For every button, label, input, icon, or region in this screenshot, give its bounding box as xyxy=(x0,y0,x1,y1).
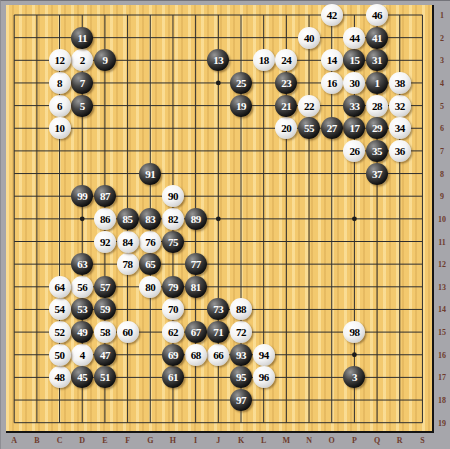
stone-white[interactable]: 14 xyxy=(321,49,343,71)
column-label-L: L xyxy=(261,435,266,444)
row-label-1: 1 xyxy=(440,11,444,20)
stone-black[interactable]: 85 xyxy=(117,208,139,230)
column-label-P: P xyxy=(352,435,357,444)
stone-white[interactable]: 16 xyxy=(321,72,343,94)
column-label-G: G xyxy=(147,435,153,444)
stone-white[interactable]: 80 xyxy=(139,276,161,298)
stone-white[interactable]: 4 xyxy=(71,344,93,366)
row-label-15: 15 xyxy=(438,328,446,337)
stone-black[interactable]: 5 xyxy=(71,95,93,117)
star-point xyxy=(352,216,357,221)
column-label-I: I xyxy=(194,435,197,444)
row-label-5: 5 xyxy=(440,101,444,110)
row-label-9: 9 xyxy=(440,192,444,201)
star-point xyxy=(80,216,85,221)
stone-white[interactable]: 10 xyxy=(49,117,71,139)
stone-white[interactable]: 40 xyxy=(298,27,320,49)
stone-black[interactable]: 79 xyxy=(162,276,184,298)
stone-black[interactable]: 47 xyxy=(94,344,116,366)
row-label-2: 2 xyxy=(440,33,444,42)
stone-white[interactable]: 90 xyxy=(162,185,184,207)
row-label-14: 14 xyxy=(438,305,446,314)
column-label-N: N xyxy=(306,435,312,444)
stone-black[interactable]: 97 xyxy=(230,389,252,411)
row-label-16: 16 xyxy=(438,350,446,359)
row-label-18: 18 xyxy=(438,396,446,405)
stone-white[interactable]: 18 xyxy=(253,49,275,71)
stone-black[interactable]: 93 xyxy=(230,344,252,366)
stone-white[interactable]: 62 xyxy=(162,321,184,343)
stone-black[interactable]: 21 xyxy=(275,95,297,117)
stone-white[interactable]: 32 xyxy=(389,95,411,117)
stone-white[interactable]: 12 xyxy=(49,49,71,71)
stone-black[interactable]: 77 xyxy=(185,253,207,275)
stone-white[interactable]: 60 xyxy=(117,321,139,343)
stone-white[interactable]: 76 xyxy=(139,231,161,253)
stone-white[interactable]: 52 xyxy=(49,321,71,343)
row-label-13: 13 xyxy=(438,282,446,291)
column-label-K: K xyxy=(238,435,244,444)
stone-white[interactable]: 46 xyxy=(366,4,388,26)
row-label-11: 11 xyxy=(438,237,446,246)
stone-black[interactable]: 87 xyxy=(94,185,116,207)
stone-white[interactable]: 56 xyxy=(71,276,93,298)
stone-white[interactable]: 82 xyxy=(162,208,184,230)
stone-white[interactable]: 96 xyxy=(253,366,275,388)
stone-white[interactable]: 38 xyxy=(389,72,411,94)
stone-white[interactable]: 94 xyxy=(253,344,275,366)
stone-white[interactable]: 28 xyxy=(366,95,388,117)
stone-black[interactable]: 19 xyxy=(230,95,252,117)
row-label-17: 17 xyxy=(438,373,446,382)
stone-white[interactable]: 50 xyxy=(49,344,71,366)
row-label-19: 19 xyxy=(438,418,446,427)
column-label-B: B xyxy=(34,435,39,444)
stone-white[interactable]: 64 xyxy=(49,276,71,298)
stone-black[interactable]: 35 xyxy=(366,140,388,162)
stone-white[interactable]: 86 xyxy=(94,208,116,230)
stone-white[interactable]: 72 xyxy=(230,321,252,343)
column-label-E: E xyxy=(102,435,107,444)
column-label-J: J xyxy=(216,435,220,444)
stone-black[interactable]: 91 xyxy=(139,163,161,185)
stone-black[interactable]: 81 xyxy=(185,276,207,298)
stone-black[interactable]: 83 xyxy=(139,208,161,230)
row-label-4: 4 xyxy=(440,78,444,87)
stone-white[interactable]: 6 xyxy=(49,95,71,117)
row-label-7: 7 xyxy=(440,146,444,155)
stone-white[interactable]: 48 xyxy=(49,366,71,388)
stone-black[interactable]: 37 xyxy=(366,163,388,185)
stone-black[interactable]: 89 xyxy=(185,208,207,230)
column-label-C: C xyxy=(57,435,63,444)
column-label-A: A xyxy=(11,435,17,444)
column-label-F: F xyxy=(125,435,130,444)
stone-white[interactable]: 58 xyxy=(94,321,116,343)
stone-white[interactable]: 44 xyxy=(343,27,365,49)
column-label-M: M xyxy=(283,435,291,444)
stone-white[interactable]: 8 xyxy=(49,72,71,94)
row-label-10: 10 xyxy=(438,214,446,223)
stone-black[interactable]: 27 xyxy=(321,117,343,139)
stone-black[interactable]: 25 xyxy=(230,72,252,94)
stone-white[interactable]: 84 xyxy=(117,231,139,253)
stone-black[interactable]: 57 xyxy=(94,276,116,298)
stone-white[interactable]: 92 xyxy=(94,231,116,253)
row-label-8: 8 xyxy=(440,169,444,178)
stone-white[interactable]: 68 xyxy=(185,344,207,366)
stone-white[interactable]: 66 xyxy=(207,344,229,366)
stone-white[interactable]: 34 xyxy=(389,117,411,139)
star-point xyxy=(216,216,221,221)
stone-black[interactable]: 1 xyxy=(366,72,388,94)
stone-white[interactable]: 42 xyxy=(321,4,343,26)
column-label-R: R xyxy=(397,435,403,444)
star-point xyxy=(216,81,221,86)
column-label-D: D xyxy=(79,435,85,444)
stone-black[interactable]: 41 xyxy=(366,27,388,49)
row-label-12: 12 xyxy=(438,260,446,269)
stone-white[interactable]: 36 xyxy=(389,140,411,162)
stone-black[interactable]: 67 xyxy=(185,321,207,343)
row-label-6: 6 xyxy=(440,124,444,133)
go-board-frame: 1234567891011121314151617181920212223242… xyxy=(0,0,450,449)
stone-black[interactable]: 33 xyxy=(343,95,365,117)
column-label-S: S xyxy=(420,435,424,444)
stone-black[interactable]: 75 xyxy=(162,231,184,253)
stone-black[interactable]: 69 xyxy=(162,344,184,366)
stone-white[interactable]: 22 xyxy=(298,95,320,117)
column-label-H: H xyxy=(170,435,176,444)
stone-white[interactable]: 78 xyxy=(117,253,139,275)
column-label-O: O xyxy=(329,435,335,444)
stone-black[interactable]: 11 xyxy=(71,27,93,49)
column-label-Q: Q xyxy=(374,435,380,444)
stone-white[interactable]: 54 xyxy=(49,298,71,320)
row-label-3: 3 xyxy=(440,56,444,65)
star-point xyxy=(352,352,357,357)
stone-black[interactable]: 7 xyxy=(71,72,93,94)
